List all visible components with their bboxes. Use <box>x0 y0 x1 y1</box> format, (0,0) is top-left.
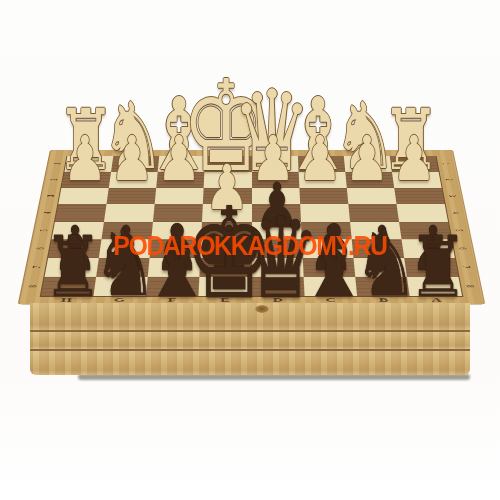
piece-white-pawn-g2[interactable]: ♟ <box>107 128 157 190</box>
piece-white-pawn-b2[interactable]: ♟ <box>342 128 392 190</box>
piece-white-pawn-a2[interactable]: ♟ <box>389 128 439 190</box>
chess-set-photo: HGFEDCBA 12345678 12345678 ♜♞♝♚♛♝♞♜♟♟♟♟♟… <box>0 0 500 500</box>
piece-white-pawn-h2[interactable]: ♟ <box>60 128 110 190</box>
pieces-layer: ♜♞♝♚♛♝♞♜♟♟♟♟♟♟♟♟♟♟♟♟♟♟♟♟♜♞♝♚♛♝♞♜ <box>0 0 500 500</box>
piece-black-rook-a8[interactable]: ♜ <box>404 225 471 309</box>
piece-white-pawn-c2[interactable]: ♟ <box>295 128 345 190</box>
box-front-slat <box>30 351 470 375</box>
box-front-slat <box>30 332 470 349</box>
